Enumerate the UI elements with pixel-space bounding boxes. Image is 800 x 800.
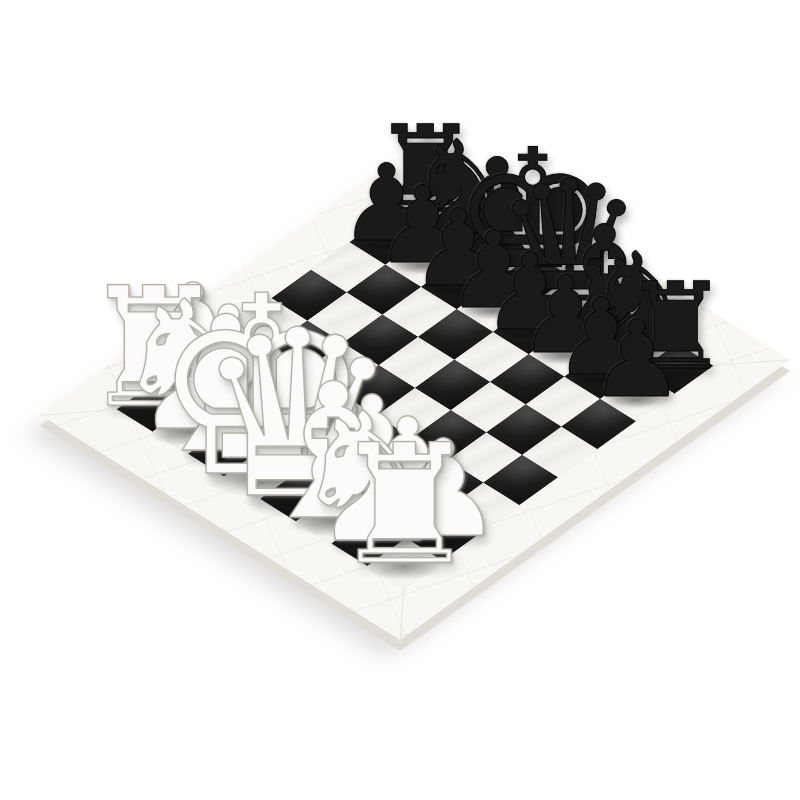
chess-board [40, 135, 790, 640]
border-miter-seam [426, 135, 430, 187]
border-miter-seam [400, 588, 404, 640]
marble-chess-set-photo: ♜♞♝♚♛♝♞♜♟♟♟♟♟♟♟♟♟♟♟♟♟♟♟♟♜♞♝♚♛♝♞♜ [0, 0, 800, 800]
border-miter-seam [713, 360, 790, 366]
border-miter-seam [40, 409, 117, 415]
